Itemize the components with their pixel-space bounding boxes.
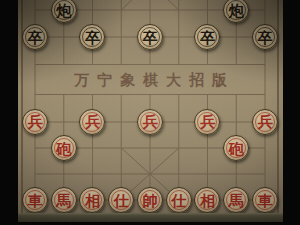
piece-glyph: 車: [257, 193, 272, 208]
piece-glyph: 兵: [142, 115, 157, 130]
game-screen: 万宁象棋大招版 炮炮卒卒卒卒卒兵兵兵兵兵砲砲車馬相仕帥仕相馬車: [0, 0, 300, 225]
piece-glyph: 兵: [200, 115, 215, 130]
piece-red-soldier[interactable]: 兵: [252, 109, 278, 135]
piece-red-soldier[interactable]: 兵: [137, 109, 163, 135]
piece-red-chariot[interactable]: 車: [252, 187, 278, 213]
piece-red-soldier[interactable]: 兵: [194, 109, 220, 135]
piece-glyph: 馬: [56, 193, 71, 208]
piece-glyph: 卒: [200, 30, 215, 45]
piece-glyph: 卒: [257, 30, 272, 45]
piece-red-horse[interactable]: 馬: [223, 187, 249, 213]
piece-red-advisor[interactable]: 仕: [166, 187, 192, 213]
piece-black-cannon[interactable]: 炮: [51, 0, 77, 23]
piece-red-cannon[interactable]: 砲: [223, 135, 249, 161]
piece-black-soldier[interactable]: 卒: [252, 24, 278, 50]
piece-glyph: 仕: [114, 193, 129, 208]
piece-black-soldier[interactable]: 卒: [194, 24, 220, 50]
piece-glyph: 相: [200, 193, 215, 208]
piece-glyph: 馬: [229, 193, 244, 208]
piece-red-advisor[interactable]: 仕: [108, 187, 134, 213]
piece-glyph: 帥: [142, 193, 157, 208]
piece-red-cannon[interactable]: 砲: [51, 135, 77, 161]
right-letterbox-bar: [283, 0, 300, 225]
piece-red-soldier[interactable]: 兵: [79, 109, 105, 135]
piece-red-elephant[interactable]: 相: [79, 187, 105, 213]
piece-glyph: 卒: [142, 30, 157, 45]
piece-glyph: 車: [27, 193, 42, 208]
piece-glyph: 砲: [56, 141, 71, 156]
piece-glyph: 砲: [229, 141, 244, 156]
piece-red-elephant[interactable]: 相: [194, 187, 220, 213]
piece-glyph: 卒: [85, 30, 100, 45]
board-grid[interactable]: 炮炮卒卒卒卒卒兵兵兵兵兵砲砲車馬相仕帥仕相馬車: [21, 0, 280, 213]
piece-glyph: 相: [85, 193, 100, 208]
piece-glyph: 炮: [56, 3, 71, 18]
piece-black-cannon[interactable]: 炮: [223, 0, 249, 23]
piece-red-general[interactable]: 帥: [137, 187, 163, 213]
piece-black-soldier[interactable]: 卒: [79, 24, 105, 50]
left-letterbox-bar: [0, 0, 18, 225]
piece-glyph: 仕: [171, 193, 186, 208]
piece-red-soldier[interactable]: 兵: [22, 109, 48, 135]
piece-red-horse[interactable]: 馬: [51, 187, 77, 213]
piece-red-chariot[interactable]: 車: [22, 187, 48, 213]
piece-glyph: 兵: [257, 115, 272, 130]
piece-glyph: 兵: [27, 115, 42, 130]
board-front-edge: [18, 213, 283, 222]
piece-glyph: 卒: [27, 30, 42, 45]
piece-black-soldier[interactable]: 卒: [137, 24, 163, 50]
piece-black-soldier[interactable]: 卒: [22, 24, 48, 50]
piece-glyph: 炮: [229, 3, 244, 18]
piece-glyph: 兵: [85, 115, 100, 130]
